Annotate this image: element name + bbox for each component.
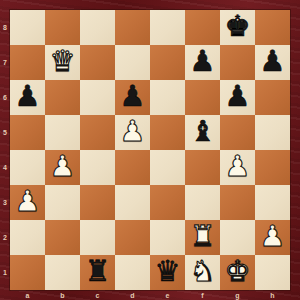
rank-label-1: 1 <box>0 255 10 290</box>
square-g7[interactable] <box>220 45 255 80</box>
square-b5[interactable] <box>45 115 80 150</box>
square-b6[interactable] <box>45 80 80 115</box>
square-c6[interactable] <box>80 80 115 115</box>
square-h7[interactable]: ♟ <box>255 45 290 80</box>
file-label-b: b <box>45 290 80 300</box>
chess-board: ♚♛♟♟♟♟♟♟♝♟♟♟♜♟♜♛♞♚ <box>10 10 290 290</box>
rank-label-7: 7 <box>0 45 10 80</box>
piece-black-pawn-f7[interactable]: ♟ <box>190 44 216 79</box>
square-a4[interactable] <box>10 150 45 185</box>
file-label-d: d <box>115 290 150 300</box>
square-c8[interactable] <box>80 10 115 45</box>
rank-label-6: 6 <box>0 80 10 115</box>
piece-black-pawn-g6[interactable]: ♟ <box>225 79 251 114</box>
piece-white-pawn-h2[interactable]: ♟ <box>260 219 286 254</box>
piece-white-pawn-d5[interactable]: ♟ <box>120 114 146 149</box>
square-c1[interactable]: ♜ <box>80 255 115 290</box>
square-c3[interactable] <box>80 185 115 220</box>
file-labels: abcdefgh <box>10 290 290 300</box>
square-g1[interactable]: ♚ <box>220 255 255 290</box>
piece-white-pawn-g4[interactable]: ♟ <box>225 149 251 184</box>
square-h8[interactable] <box>255 10 290 45</box>
square-b7[interactable]: ♛ <box>45 45 80 80</box>
square-e8[interactable] <box>150 10 185 45</box>
square-f1[interactable]: ♞ <box>185 255 220 290</box>
square-g4[interactable]: ♟ <box>220 150 255 185</box>
piece-black-pawn-d6[interactable]: ♟ <box>120 79 146 114</box>
square-a7[interactable] <box>10 45 45 80</box>
piece-black-queen-e1[interactable]: ♛ <box>155 254 181 289</box>
square-h5[interactable] <box>255 115 290 150</box>
rank-label-4: 4 <box>0 150 10 185</box>
rank-labels: 87654321 <box>0 10 10 290</box>
square-f5[interactable]: ♝ <box>185 115 220 150</box>
square-g8[interactable]: ♚ <box>220 10 255 45</box>
file-label-f: f <box>185 290 220 300</box>
piece-white-rook-f2[interactable]: ♜ <box>190 219 216 254</box>
rank-label-2: 2 <box>0 220 10 255</box>
piece-white-knight-f1[interactable]: ♞ <box>190 254 216 289</box>
piece-black-king-g8[interactable]: ♚ <box>225 9 251 44</box>
square-a8[interactable] <box>10 10 45 45</box>
square-a5[interactable] <box>10 115 45 150</box>
square-d1[interactable] <box>115 255 150 290</box>
square-c4[interactable] <box>80 150 115 185</box>
square-d7[interactable] <box>115 45 150 80</box>
square-f8[interactable] <box>185 10 220 45</box>
piece-white-king-g1[interactable]: ♚ <box>225 254 251 289</box>
square-c5[interactable] <box>80 115 115 150</box>
square-f4[interactable] <box>185 150 220 185</box>
piece-black-pawn-h7[interactable]: ♟ <box>260 44 286 79</box>
square-h6[interactable] <box>255 80 290 115</box>
square-d2[interactable] <box>115 220 150 255</box>
square-f2[interactable]: ♜ <box>185 220 220 255</box>
piece-white-pawn-b4[interactable]: ♟ <box>50 149 76 184</box>
piece-white-pawn-a3[interactable]: ♟ <box>15 184 41 219</box>
square-e7[interactable] <box>150 45 185 80</box>
square-d4[interactable] <box>115 150 150 185</box>
piece-black-bishop-f5[interactable]: ♝ <box>190 114 216 149</box>
square-d8[interactable] <box>115 10 150 45</box>
square-h3[interactable] <box>255 185 290 220</box>
square-a2[interactable] <box>10 220 45 255</box>
file-label-e: e <box>150 290 185 300</box>
square-g6[interactable]: ♟ <box>220 80 255 115</box>
square-f7[interactable]: ♟ <box>185 45 220 80</box>
piece-black-rook-c1[interactable]: ♜ <box>85 254 111 289</box>
square-e2[interactable] <box>150 220 185 255</box>
square-f3[interactable] <box>185 185 220 220</box>
square-h1[interactable] <box>255 255 290 290</box>
square-e3[interactable] <box>150 185 185 220</box>
square-b2[interactable] <box>45 220 80 255</box>
file-label-g: g <box>220 290 255 300</box>
square-g3[interactable] <box>220 185 255 220</box>
square-g5[interactable] <box>220 115 255 150</box>
square-a3[interactable]: ♟ <box>10 185 45 220</box>
file-label-c: c <box>80 290 115 300</box>
piece-white-queen-b7[interactable]: ♛ <box>50 44 76 79</box>
square-d3[interactable] <box>115 185 150 220</box>
square-b8[interactable] <box>45 10 80 45</box>
square-a6[interactable]: ♟ <box>10 80 45 115</box>
square-c7[interactable] <box>80 45 115 80</box>
square-b3[interactable] <box>45 185 80 220</box>
rank-label-8: 8 <box>0 10 10 45</box>
square-h4[interactable] <box>255 150 290 185</box>
square-e5[interactable] <box>150 115 185 150</box>
square-b1[interactable] <box>45 255 80 290</box>
square-c2[interactable] <box>80 220 115 255</box>
square-g2[interactable] <box>220 220 255 255</box>
square-d5[interactable]: ♟ <box>115 115 150 150</box>
square-d6[interactable]: ♟ <box>115 80 150 115</box>
square-e4[interactable] <box>150 150 185 185</box>
square-e1[interactable]: ♛ <box>150 255 185 290</box>
square-e6[interactable] <box>150 80 185 115</box>
square-h2[interactable]: ♟ <box>255 220 290 255</box>
file-label-a: a <box>10 290 45 300</box>
rank-label-3: 3 <box>0 185 10 220</box>
square-b4[interactable]: ♟ <box>45 150 80 185</box>
square-a1[interactable] <box>10 255 45 290</box>
square-f6[interactable] <box>185 80 220 115</box>
file-label-h: h <box>255 290 290 300</box>
rank-label-5: 5 <box>0 115 10 150</box>
piece-black-pawn-a6[interactable]: ♟ <box>15 79 41 114</box>
chess-board-frame: ♚♛♟♟♟♟♟♟♝♟♟♟♜♟♜♛♞♚ 87654321 abcdefgh <box>0 0 300 300</box>
